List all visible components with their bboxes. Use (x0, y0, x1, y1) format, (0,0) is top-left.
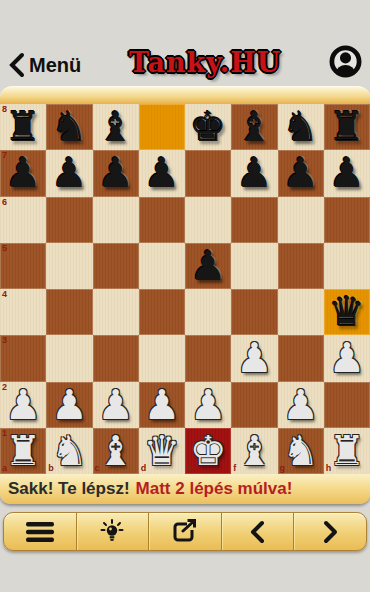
status-warning: Matt 2 lépés múlva! (136, 479, 293, 499)
square-e5[interactable]: ♟ (185, 243, 231, 289)
square-f8[interactable]: ♝ (231, 104, 277, 150)
piece-white-bishop: ♝ (236, 428, 273, 474)
square-g2[interactable]: ♟ (278, 382, 324, 428)
square-a8[interactable]: 8♜ (0, 104, 46, 150)
piece-black-rook: ♜ (328, 104, 365, 150)
piece-black-king: ♚ (190, 104, 227, 150)
piece-white-rook: ♜ (328, 428, 365, 474)
square-e1[interactable]: e♚ (185, 428, 231, 474)
piece-black-pawn: ♟ (282, 150, 319, 196)
square-d6[interactable] (139, 197, 185, 243)
chevron-right-icon (320, 520, 340, 544)
square-b6[interactable] (46, 197, 92, 243)
status-message: Sakk! Te lépsz! (8, 479, 130, 499)
piece-white-knight: ♞ (51, 428, 88, 474)
square-a1[interactable]: 1a♜ (0, 428, 46, 474)
piece-white-pawn: ♟ (190, 382, 227, 428)
piece-black-pawn: ♟ (97, 150, 134, 196)
hint-button[interactable] (77, 513, 150, 550)
square-d1[interactable]: d♛ (139, 428, 185, 474)
bottom-toolbar (3, 512, 367, 551)
square-f1[interactable]: f♝ (231, 428, 277, 474)
square-a5[interactable]: 5 (0, 243, 46, 289)
square-d7[interactable]: ♟ (139, 150, 185, 196)
square-b5[interactable] (46, 243, 92, 289)
piece-white-rook: ♜ (5, 428, 42, 474)
move-back-button[interactable] (222, 513, 295, 550)
piece-white-pawn: ♟ (328, 335, 365, 381)
piece-white-knight: ♞ (282, 428, 319, 474)
square-g6[interactable] (278, 197, 324, 243)
square-f5[interactable] (231, 243, 277, 289)
piece-white-bishop: ♝ (97, 428, 134, 474)
menu-back-button[interactable]: Menü (8, 52, 81, 78)
lightbulb-icon (99, 519, 125, 545)
rank-label-4: 4 (2, 290, 7, 299)
piece-black-pawn: ♟ (190, 243, 227, 289)
header: Menü Tanky.HU (0, 0, 370, 86)
square-b8[interactable]: ♞ (46, 104, 92, 150)
square-a7[interactable]: 7♟ (0, 150, 46, 196)
square-h7[interactable]: ♟ (324, 150, 370, 196)
panel-top-band (0, 86, 370, 104)
piece-white-pawn: ♟ (282, 382, 319, 428)
square-g8[interactable]: ♞ (278, 104, 324, 150)
square-d2[interactable]: ♟ (139, 382, 185, 428)
square-c7[interactable]: ♟ (93, 150, 139, 196)
square-g5[interactable] (278, 243, 324, 289)
square-d5[interactable] (139, 243, 185, 289)
square-b4[interactable] (46, 289, 92, 335)
square-g7[interactable]: ♟ (278, 150, 324, 196)
square-e8[interactable]: ♚ (185, 104, 231, 150)
share-icon (171, 519, 199, 545)
square-c8[interactable]: ♝ (93, 104, 139, 150)
back-label: Menü (29, 54, 81, 77)
square-b1[interactable]: b♞ (46, 428, 92, 474)
rank-label-5: 5 (2, 244, 7, 253)
square-b3[interactable] (46, 335, 92, 381)
square-f7[interactable]: ♟ (231, 150, 277, 196)
square-h5[interactable] (324, 243, 370, 289)
share-button[interactable] (149, 513, 222, 550)
piece-white-pawn: ♟ (143, 382, 180, 428)
square-e2[interactable]: ♟ (185, 382, 231, 428)
piece-black-pawn: ♟ (143, 150, 180, 196)
piece-black-pawn: ♟ (328, 150, 365, 196)
rank-label-6: 6 (2, 198, 7, 207)
hamburger-icon (24, 520, 56, 544)
piece-black-rook: ♜ (5, 104, 42, 150)
square-f2[interactable] (231, 382, 277, 428)
square-h6[interactable] (324, 197, 370, 243)
piece-black-bishop: ♝ (97, 104, 134, 150)
piece-black-queen: ♛ (328, 289, 365, 335)
square-h4[interactable]: ♛ (324, 289, 370, 335)
game-panel: 8♜♞♝♚♝♞♜7♟♟♟♟♟♟♟65♟4♛3♟♟2♟♟♟♟♟♟1a♜b♞c♝d♛… (0, 86, 370, 504)
user-avatar-icon (329, 66, 362, 81)
chevron-left-icon (248, 520, 268, 544)
piece-white-pawn: ♟ (5, 382, 42, 428)
piece-black-knight: ♞ (51, 104, 88, 150)
square-d8[interactable] (139, 104, 185, 150)
piece-white-pawn: ♟ (236, 335, 273, 381)
square-d3[interactable] (139, 335, 185, 381)
piece-white-pawn: ♟ (97, 382, 134, 428)
square-a2[interactable]: 2♟ (0, 382, 46, 428)
square-c1[interactable]: c♝ (93, 428, 139, 474)
chess-board: 8♜♞♝♚♝♞♜7♟♟♟♟♟♟♟65♟4♛3♟♟2♟♟♟♟♟♟1a♜b♞c♝d♛… (0, 104, 370, 474)
square-h3[interactable]: ♟ (324, 335, 370, 381)
square-e6[interactable] (185, 197, 231, 243)
piece-black-pawn: ♟ (51, 150, 88, 196)
square-c5[interactable] (93, 243, 139, 289)
square-g4[interactable] (278, 289, 324, 335)
square-g3[interactable] (278, 335, 324, 381)
square-c4[interactable] (93, 289, 139, 335)
piece-white-pawn: ♟ (51, 382, 88, 428)
square-f4[interactable] (231, 289, 277, 335)
square-g1[interactable]: g♞ (278, 428, 324, 474)
move-forward-button[interactable] (294, 513, 366, 550)
square-b2[interactable]: ♟ (46, 382, 92, 428)
square-e4[interactable] (185, 289, 231, 335)
status-bar: Sakk! Te lépsz! Matt 2 lépés múlva! (0, 474, 370, 504)
user-account-button[interactable] (329, 45, 362, 78)
piece-black-pawn: ♟ (5, 150, 42, 196)
app-logo: Tanky.HU (81, 47, 329, 78)
back-chevron-icon (8, 52, 26, 78)
square-a4[interactable]: 4 (0, 289, 46, 335)
square-b7[interactable]: ♟ (46, 150, 92, 196)
square-e3[interactable] (185, 335, 231, 381)
menu-button[interactable] (4, 513, 77, 550)
square-h2[interactable] (324, 382, 370, 428)
square-f6[interactable] (231, 197, 277, 243)
square-a3[interactable]: 3 (0, 335, 46, 381)
square-h8[interactable]: ♜ (324, 104, 370, 150)
rank-label-3: 3 (2, 336, 7, 345)
square-c3[interactable] (93, 335, 139, 381)
square-a6[interactable]: 6 (0, 197, 46, 243)
piece-black-knight: ♞ (282, 104, 319, 150)
square-f3[interactable]: ♟ (231, 335, 277, 381)
piece-black-bishop: ♝ (236, 104, 273, 150)
piece-white-king: ♚ (190, 428, 227, 474)
piece-black-pawn: ♟ (236, 150, 273, 196)
square-d4[interactable] (139, 289, 185, 335)
square-h1[interactable]: h♜ (324, 428, 370, 474)
square-e7[interactable] (185, 150, 231, 196)
square-c2[interactable]: ♟ (93, 382, 139, 428)
piece-white-queen: ♛ (143, 428, 180, 474)
square-c6[interactable] (93, 197, 139, 243)
